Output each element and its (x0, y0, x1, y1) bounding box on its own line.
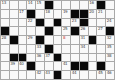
black-square-r4c13 (106, 27, 115, 36)
black-square-r2c9 (71, 10, 80, 19)
clue-number: 26 (80, 27, 85, 31)
clue-number: 35 (107, 45, 112, 49)
cell-r2c2[interactable] (10, 10, 19, 19)
cell-r6c2[interactable] (10, 45, 19, 54)
clue-number: 17 (19, 10, 24, 14)
cell-r7c10[interactable] (80, 54, 89, 63)
cell-r5c9[interactable] (71, 36, 80, 45)
cell-r1c4[interactable]: 14 (27, 1, 36, 10)
cell-r2c1[interactable] (1, 10, 10, 19)
cell-r9c3[interactable] (19, 71, 28, 80)
cell-r1c11[interactable]: 16 (89, 1, 98, 10)
cell-r7c13[interactable]: 38 (106, 54, 115, 63)
cell-r9c12[interactable]: 45 (97, 71, 106, 80)
cell-r4c11[interactable] (89, 27, 98, 36)
clue-number: 32 (107, 36, 112, 40)
black-square-r7c3 (19, 54, 28, 63)
cell-r7c4[interactable] (27, 54, 36, 63)
cell-r2c3[interactable]: 17 (19, 10, 28, 19)
clue-number: 25 (63, 27, 68, 31)
cell-r1c9[interactable] (71, 1, 80, 10)
clue-number: 28 (2, 36, 7, 40)
clue-number: 15 (37, 1, 42, 5)
cell-r3c6[interactable] (45, 19, 54, 28)
cell-r7c11[interactable] (89, 54, 98, 63)
cell-r3c4[interactable]: 22 (27, 19, 36, 28)
black-square-r3c7 (54, 19, 63, 28)
cell-r2c12[interactable]: 21 (97, 10, 106, 19)
cell-r3c13[interactable]: 24 (106, 19, 115, 28)
clue-number: 18 (45, 10, 50, 14)
cell-r6c9[interactable] (71, 45, 80, 54)
black-square-r2c10 (80, 10, 89, 19)
cell-r9c13[interactable]: 46 (106, 71, 115, 80)
cell-r2c6[interactable]: 18 (45, 10, 54, 19)
cell-r3c8[interactable] (62, 19, 71, 28)
cell-r5c8[interactable]: 8 (62, 36, 71, 45)
cell-r9c11[interactable] (89, 71, 98, 80)
cell-r4c4[interactable] (27, 27, 36, 36)
cell-r9c8[interactable] (62, 71, 71, 80)
clue-number: 36 (37, 54, 42, 58)
cell-r1c10[interactable] (80, 1, 89, 10)
cell-r4c3[interactable] (19, 27, 28, 36)
cell-r6c5[interactable]: 33 (36, 45, 45, 54)
black-square-r6c6 (45, 45, 54, 54)
cell-r6c7[interactable] (54, 45, 63, 54)
cell-r6c8[interactable] (62, 45, 71, 54)
clue-number: 27 (98, 27, 103, 31)
cell-r8c8[interactable]: 41 (62, 62, 71, 71)
cell-r6c4[interactable] (27, 45, 36, 54)
clue-number: 38 (107, 54, 112, 58)
clue-number: 22 (28, 19, 33, 23)
clue-number: 29 (28, 36, 33, 40)
cell-r4c12[interactable]: 27 (97, 27, 106, 36)
black-square-r5c2 (10, 36, 19, 45)
cell-r3c2[interactable] (10, 19, 19, 28)
cell-r1c5[interactable]: 15 (36, 1, 45, 10)
clue-number: 14 (28, 1, 33, 5)
clue-number: 31 (80, 36, 85, 40)
black-square-r5c11 (89, 36, 98, 45)
black-square-r4c6 (45, 27, 54, 36)
clue-number: 19 (63, 10, 68, 14)
clue-number: 37 (45, 54, 50, 58)
black-square-r4c9 (71, 27, 80, 36)
cell-r8c6[interactable] (45, 62, 54, 71)
clue-number: 39 (10, 62, 15, 66)
cell-r3c11[interactable] (89, 19, 98, 28)
cell-r7c9[interactable] (71, 54, 80, 63)
cell-r6c10[interactable]: 34 (80, 45, 89, 54)
cell-r3c1[interactable] (1, 19, 10, 28)
cell-r6c12[interactable] (97, 45, 106, 54)
clue-number: 21 (98, 10, 103, 14)
cell-r2c11[interactable]: 20 (89, 10, 98, 19)
black-square-r8c10 (80, 62, 89, 71)
black-square-r2c4 (27, 10, 36, 19)
clue-number: 16 (89, 1, 94, 5)
cell-r3c9[interactable]: 23 (71, 19, 80, 28)
cell-r2c8[interactable]: 19 (62, 10, 71, 19)
cell-r8c7[interactable] (54, 62, 63, 71)
cell-r5c3[interactable] (19, 36, 28, 45)
cell-r7c1[interactable] (1, 54, 10, 63)
cell-r5c7[interactable] (54, 36, 63, 45)
cell-r8c1[interactable] (1, 62, 10, 71)
clue-number: 24 (107, 19, 112, 23)
black-square-r8c4 (27, 62, 36, 71)
cell-r3c3[interactable] (19, 19, 28, 28)
cell-r4c8[interactable]: 25 (62, 27, 71, 36)
black-square-r3c5 (36, 19, 45, 28)
clue-number: 43 (45, 71, 50, 75)
cell-r2c13[interactable] (106, 10, 115, 19)
cell-r6c11[interactable] (89, 45, 98, 54)
cell-r2c7[interactable] (54, 10, 63, 19)
cell-r9c5[interactable]: 42 (36, 71, 45, 80)
cell-r1c13[interactable] (106, 1, 115, 10)
black-square-r8c12 (97, 62, 106, 71)
cell-r9c1[interactable] (1, 71, 10, 80)
clue-number: 34 (80, 45, 85, 49)
cell-r1c7[interactable] (54, 1, 63, 10)
cell-r4c7[interactable] (54, 27, 63, 36)
highlighted-clue-number: 8 (63, 36, 65, 40)
cell-r4c5[interactable] (36, 27, 45, 36)
black-square-r3c10 (80, 19, 89, 28)
clue-number: 42 (37, 71, 42, 75)
cell-r2c5[interactable] (36, 10, 45, 19)
black-square-r7c7 (54, 54, 63, 63)
clue-number: 46 (107, 71, 112, 75)
cell-r8c13[interactable] (106, 62, 115, 71)
clue-number: 23 (72, 19, 77, 23)
cell-r9c2[interactable] (10, 71, 19, 80)
clue-number: 44 (72, 71, 77, 75)
cell-r7c8[interactable] (62, 54, 71, 63)
black-square-r4c1 (1, 27, 10, 36)
cell-r9c4[interactable] (27, 71, 36, 80)
cell-r9c10[interactable] (80, 71, 89, 80)
cell-r9c6[interactable]: 43 (45, 71, 54, 80)
clue-number: 13 (2, 1, 7, 5)
clue-number: 33 (37, 45, 42, 49)
clue-number: 41 (63, 62, 68, 66)
black-square-r9c7 (54, 71, 63, 80)
cell-r4c10[interactable]: 26 (80, 27, 89, 36)
black-square-r1c12 (97, 1, 106, 10)
cell-r8c11[interactable] (89, 62, 98, 71)
clue-number: 45 (98, 71, 103, 75)
cell-r9c9[interactable]: 44 (71, 71, 80, 80)
cell-r6c3[interactable] (19, 45, 28, 54)
cell-r1c2[interactable] (10, 1, 19, 10)
cell-r7c12[interactable] (97, 54, 106, 63)
clue-number: 40 (19, 62, 24, 66)
cell-r5c1[interactable]: 28 (1, 36, 10, 45)
black-square-r1c6 (45, 1, 54, 10)
cell-r7c6[interactable]: 37 (45, 54, 54, 63)
cell-r8c5[interactable] (36, 62, 45, 71)
clue-number: 20 (89, 10, 94, 14)
black-square-r8c9 (71, 62, 80, 71)
cell-r6c13[interactable]: 35 (106, 45, 115, 54)
cell-r5c4[interactable]: 29 (27, 36, 36, 45)
cell-r4c2[interactable] (10, 27, 19, 36)
black-square-r5c5 (36, 36, 45, 45)
cell-r5c6[interactable] (45, 36, 54, 45)
cell-r5c12[interactable] (97, 36, 106, 45)
cell-r1c8[interactable] (62, 1, 71, 10)
cell-r7c5[interactable]: 36 (36, 54, 45, 63)
black-square-r7c2 (10, 54, 19, 63)
cell-r5c10[interactable]: 31 (80, 36, 89, 45)
cell-r5c13[interactable]: 32 (106, 36, 115, 45)
crossword-grid: 1314151617181920212223242526272829831323… (0, 0, 115, 80)
cell-r6c1[interactable] (1, 45, 10, 54)
cell-r8c3[interactable]: 40 (19, 62, 28, 71)
cell-r1c3[interactable] (19, 1, 28, 10)
cell-r8c2[interactable]: 39 (10, 62, 19, 71)
cell-r3c12[interactable] (97, 19, 106, 28)
cell-r1c1[interactable]: 13 (1, 1, 10, 10)
